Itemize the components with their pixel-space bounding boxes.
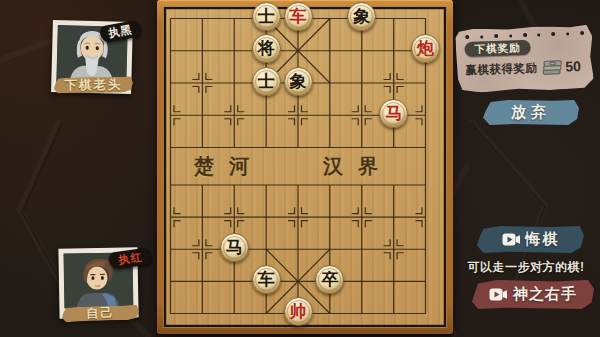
river-label-chu: 楚河 <box>194 153 264 180</box>
opponent-name-banner: 下棋老头 <box>54 76 133 93</box>
piece-black-象[interactable]: 象 <box>284 67 313 96</box>
piece-glyph: 炮 <box>417 40 434 57</box>
piece-red-车[interactable]: 车 <box>284 2 313 31</box>
reward-title: 下棋奖励 <box>474 41 520 57</box>
piece-glyph: 车 <box>258 271 275 288</box>
piece-red-帅[interactable]: 帅 <box>284 297 313 326</box>
opponent-side-label: 执黑 <box>107 22 133 41</box>
piece-glyph: 象 <box>353 8 370 25</box>
piece-glyph: 将 <box>258 40 275 57</box>
xiangqi-board[interactable]: 楚河 汉界 士车象将炮士象马马车卒帅 <box>157 0 453 334</box>
video-ad-icon <box>502 233 520 246</box>
piece-glyph: 士 <box>258 73 275 90</box>
reward-amount: 50 <box>565 58 581 75</box>
undo-label: 悔棋 <box>526 230 560 249</box>
piece-black-将[interactable]: 将 <box>252 34 281 63</box>
piece-glyph: 车 <box>290 8 307 25</box>
god-hand-tip: 可以走一步对方的棋! <box>452 259 600 276</box>
reward-line-text: 赢棋获得奖励 <box>465 60 537 78</box>
piece-black-车[interactable]: 车 <box>252 265 281 294</box>
self-side-label: 执红 <box>118 249 144 267</box>
banknotes-icon <box>542 59 563 75</box>
binder-holes <box>465 30 584 39</box>
piece-glyph: 马 <box>385 105 402 122</box>
piece-glyph: 士 <box>258 8 275 25</box>
opponent-name: 下棋老头 <box>64 76 122 94</box>
undo-button[interactable]: 悔棋 <box>477 226 584 253</box>
self-name: 自己 <box>86 304 116 322</box>
piece-glyph: 象 <box>290 73 307 90</box>
reward-line: 赢棋获得奖励 50 <box>465 58 581 78</box>
piece-black-士[interactable]: 士 <box>252 67 281 96</box>
piece-black-士[interactable]: 士 <box>252 2 281 31</box>
god-hand-label: 神之右手 <box>513 285 577 304</box>
god-hand-button[interactable]: 神之右手 <box>472 280 594 309</box>
piece-glyph: 卒 <box>321 271 338 288</box>
give-up-label: 放弃 <box>511 103 551 122</box>
piece-black-马[interactable]: 马 <box>220 233 249 262</box>
piece-glyph: 帅 <box>290 303 307 320</box>
game-screen: 执黑 下棋老头 执红 自己 <box>0 0 600 337</box>
river-label-han: 汉界 <box>323 153 393 180</box>
video-ad-icon <box>489 288 507 301</box>
reward-note: 下棋奖励 赢棋获得奖励 50 <box>455 25 594 94</box>
give-up-button[interactable]: 放弃 <box>483 100 579 125</box>
reward-title-badge: 下棋奖励 <box>464 40 530 57</box>
piece-glyph: 马 <box>226 239 243 256</box>
piece-red-马[interactable]: 马 <box>379 99 408 128</box>
